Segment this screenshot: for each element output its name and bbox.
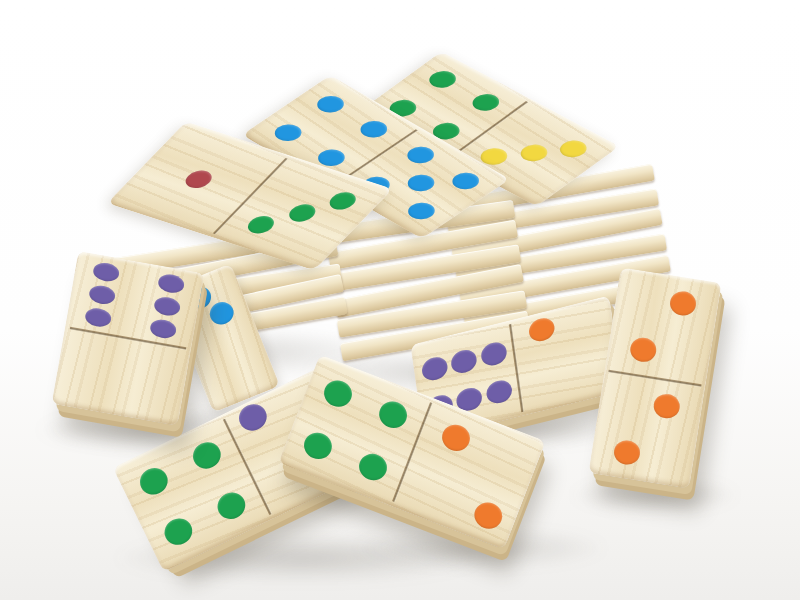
pip-purple xyxy=(449,347,477,375)
pip-purple xyxy=(84,306,113,328)
pip-purple xyxy=(88,283,117,305)
pip-red xyxy=(180,168,216,191)
pip-purple xyxy=(485,378,513,406)
pip-green xyxy=(242,214,278,237)
pip-purple xyxy=(92,260,121,282)
pip-green xyxy=(355,450,390,484)
leaning-tile-purple-six[interactable] xyxy=(52,251,205,426)
pip-blue xyxy=(206,299,236,328)
pip-green xyxy=(160,513,197,549)
pip-green xyxy=(213,488,250,524)
pip-yellow xyxy=(515,141,552,164)
pip-blue xyxy=(312,92,350,115)
pip-blue xyxy=(402,171,440,194)
pip-green xyxy=(188,438,225,474)
pip-green xyxy=(301,429,336,463)
pip-orange xyxy=(652,392,681,420)
pip-purple xyxy=(234,400,271,436)
tile-half xyxy=(588,370,705,489)
pip-orange xyxy=(612,439,641,467)
pip-orange xyxy=(628,336,657,364)
pip-green xyxy=(467,91,504,114)
pip-green xyxy=(136,463,173,499)
pip-purple xyxy=(157,272,186,294)
pip-green xyxy=(325,189,361,212)
pip-yellow xyxy=(554,137,591,160)
pip-blue xyxy=(402,143,440,166)
dominoes-photo-scene xyxy=(0,0,800,600)
pip-blue xyxy=(447,169,485,192)
tile-half xyxy=(605,267,722,386)
pip-purple xyxy=(153,294,182,316)
pip-green xyxy=(375,398,410,432)
pip-purple xyxy=(479,340,507,368)
pip-orange xyxy=(527,316,555,344)
pip-blue xyxy=(355,117,393,140)
pip-green xyxy=(424,68,461,91)
cast-shadow xyxy=(570,479,740,511)
pip-green xyxy=(284,201,320,224)
pip-blue xyxy=(269,121,307,144)
pip-green xyxy=(321,377,356,411)
pip-blue xyxy=(403,199,441,222)
pip-orange xyxy=(439,421,474,455)
pip-orange xyxy=(669,290,698,318)
pip-orange xyxy=(471,499,506,533)
pip-purple xyxy=(149,317,178,339)
pip-purple xyxy=(420,355,448,383)
